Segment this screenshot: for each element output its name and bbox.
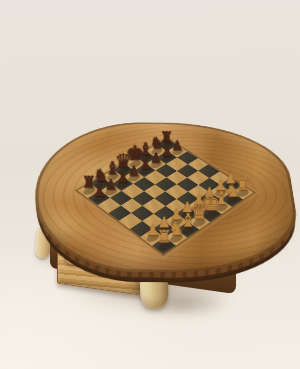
white-rook-a1[interactable]: ♜ <box>150 228 178 245</box>
chess-table-photo: ♜♞♝♛♚♝♞♜♟♟♟♟♟♟♟♟♟♟♟♟♟♟♟♟♜♞♝♛♚♝♞♜ <box>0 0 300 369</box>
perspective-wrapper: ♜♞♝♛♚♝♞♜♟♟♟♟♟♟♟♟♟♟♟♟♟♟♟♟♜♞♝♛♚♝♞♜ <box>0 0 300 369</box>
black-pawn-a7[interactable]: ♟ <box>86 184 112 198</box>
